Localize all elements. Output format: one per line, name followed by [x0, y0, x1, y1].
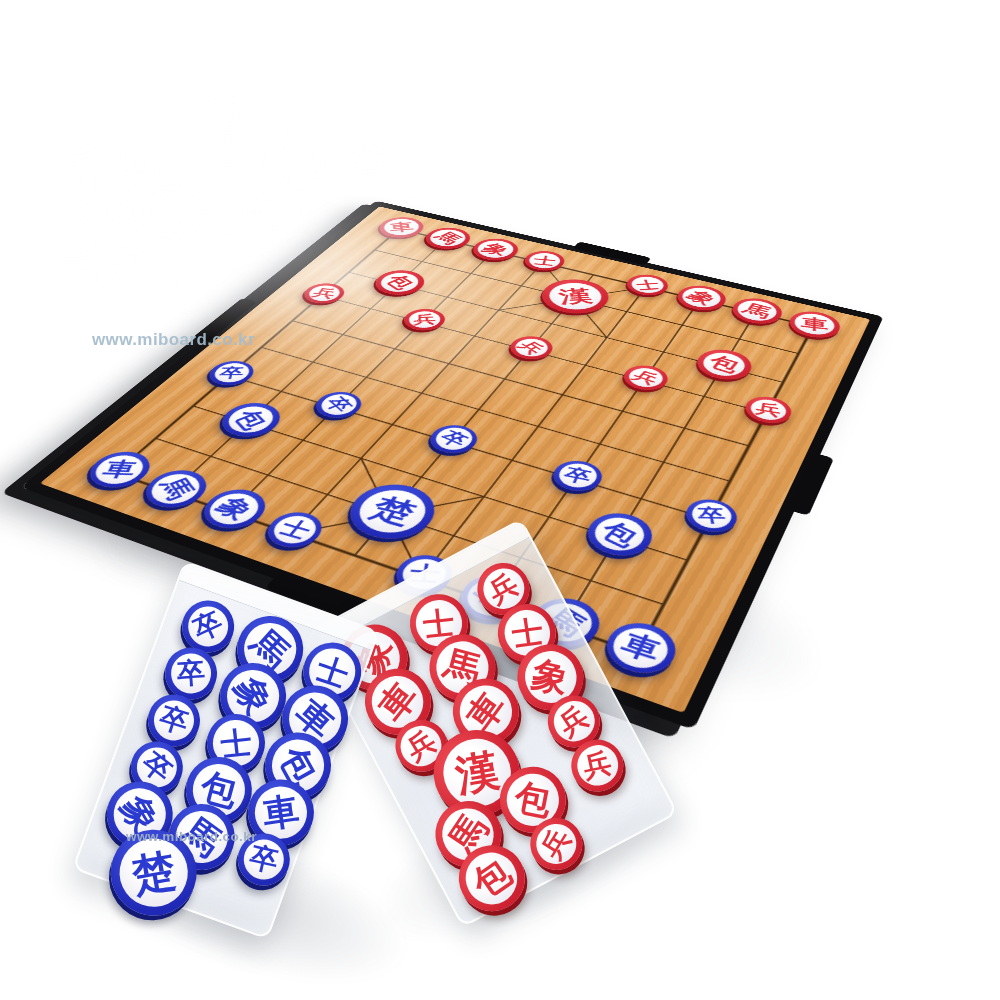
piece-glyph: 士	[219, 726, 253, 760]
piece-glyph: 兵	[515, 339, 547, 356]
piece-red-elephant-c1[interactable]: 象	[466, 235, 526, 264]
piece-face: 包	[457, 844, 527, 914]
piece-face: 楚	[111, 830, 197, 916]
piece-face: 象	[472, 238, 518, 260]
piece-glyph: 卒	[190, 608, 227, 645]
piece-face: 士	[524, 251, 565, 271]
piece-glyph: 車	[99, 459, 139, 479]
piece-face: 象	[678, 285, 725, 310]
piece-glyph: 兵	[413, 314, 435, 326]
piece-blue-general-e9[interactable]: 楚	[335, 476, 449, 548]
piece-face: 車	[606, 622, 674, 674]
piece-face: 包	[587, 513, 651, 557]
piece-face: 馬	[733, 298, 780, 324]
piece-red-cannon-b3[interactable]: 包	[367, 266, 433, 298]
piece-face: 包	[698, 349, 751, 380]
piece-blue-cannon-h8[interactable]: 包	[578, 507, 661, 563]
piece-glyph: 象	[479, 241, 512, 257]
piece-red-soldier-e4[interactable]: 兵	[504, 333, 559, 363]
piece-face: 卒	[687, 499, 737, 533]
piece-blue-soldier-a7[interactable]: 卒	[201, 357, 262, 389]
piece-face: 馬	[425, 227, 471, 249]
piece-face: 漢	[541, 279, 609, 314]
piece-face: 楚	[348, 483, 437, 539]
piece-face: 車	[791, 311, 838, 338]
piece-glyph: 兵	[630, 369, 662, 387]
piece-face: 卒	[208, 360, 255, 385]
piece-glyph: 車	[801, 316, 829, 333]
piece-face: 兵	[403, 309, 446, 331]
piece-face: 兵	[570, 738, 625, 793]
piece-glyph: 楚	[129, 848, 179, 898]
piece-glyph: 卒	[247, 843, 281, 877]
piece-glyph: 卒	[562, 465, 594, 486]
piece-glyph: 漢	[557, 287, 594, 305]
piece-red-elephant-g1[interactable]: 象	[671, 282, 731, 314]
piece-face: 車	[378, 217, 424, 238]
piece-glyph: 卒	[436, 428, 471, 449]
piece-face: 士	[266, 512, 324, 548]
blue-pieces-bag: 卒馬士卒象車卒士包卒包車象馬卒楚	[72, 560, 380, 939]
blue-bag-pieces: 卒馬士卒象車卒士包卒包車象馬卒楚	[74, 581, 371, 940]
piece-glyph: 卒	[697, 506, 728, 524]
piece-glyph: 包	[595, 518, 643, 550]
piece-face: 兵	[624, 365, 668, 390]
piece-glyph: 兵	[755, 401, 782, 419]
piece-red-cannon-h3[interactable]: 包	[690, 345, 758, 384]
piece-face: 卒	[315, 391, 363, 418]
piece-blue-guard-d10[interactable]: 士	[258, 507, 332, 554]
piece-glyph: 楚	[365, 494, 420, 529]
piece-glyph: 卒	[156, 703, 191, 738]
piece-glyph: 車	[617, 630, 664, 666]
piece-glyph: 兵	[537, 825, 576, 864]
piece-red-soldier-a4[interactable]: 兵	[297, 280, 351, 307]
piece-face: 卒	[553, 460, 602, 491]
piece-face: 車	[87, 451, 152, 488]
piece-red-soldier-i4[interactable]: 兵	[740, 393, 796, 428]
piece-red-general-e2[interactable]: 漢	[532, 274, 619, 319]
piece-glyph: 士	[275, 517, 314, 542]
piece-face: 馬	[143, 470, 208, 509]
piece-face: 卒	[238, 834, 290, 886]
piece-glyph: 包	[381, 273, 418, 292]
piece-face: 兵	[510, 336, 553, 360]
piece-glyph: 馬	[154, 475, 197, 503]
piece-red-soldier-g4[interactable]: 兵	[618, 362, 674, 395]
piece-blue-soldier-g7[interactable]: 卒	[546, 456, 609, 496]
piece-face: 包	[220, 402, 282, 437]
piece-red-soldier-c4[interactable]: 兵	[397, 306, 452, 334]
piece-blue-soldier-e7[interactable]: 卒	[423, 420, 485, 457]
piece-face: 卒	[430, 424, 479, 453]
piece-face: 兵	[529, 817, 584, 872]
piece-face: 士	[627, 274, 668, 295]
piece-glyph: 車	[261, 792, 302, 833]
piece-red-guard-d1[interactable]: 士	[519, 248, 571, 274]
piece-red-horse-h1[interactable]: 馬	[726, 294, 787, 328]
piece-blue-chariot-i10[interactable]: 車	[596, 615, 684, 682]
piece-glyph: 兵	[485, 570, 523, 608]
piece-face: 兵	[746, 396, 790, 423]
piece-glyph: 士	[634, 279, 660, 291]
piece-red-horse-b1[interactable]: 馬	[418, 224, 477, 252]
piece-glyph: 兵	[310, 287, 338, 300]
piece-red-chariot-a1[interactable]: 車	[372, 214, 431, 241]
piece-face: 包	[374, 270, 425, 295]
piece-red-chariot-i1[interactable]: 車	[784, 307, 845, 342]
piece-glyph: 卒	[176, 658, 206, 688]
piece-glyph: 包	[230, 407, 272, 432]
piece-glyph: 兵	[555, 702, 594, 741]
piece-glyph: 象	[683, 288, 720, 307]
piece-glyph: 卒	[218, 366, 245, 379]
piece-blue-soldier-i7[interactable]: 卒	[680, 494, 743, 537]
piece-glyph: 士	[533, 255, 557, 267]
piece-glyph: 車	[389, 221, 415, 234]
piece-glyph: 包	[705, 353, 743, 375]
scene: 車馬象士士象馬車漢包包兵兵兵兵兵卒卒卒卒卒包包楚車馬象士士象馬車 www.mib…	[0, 0, 1000, 1000]
piece-red-guard-f1[interactable]: 士	[621, 271, 673, 298]
piece-glyph: 包	[466, 853, 516, 903]
piece-glyph: 包	[512, 779, 554, 821]
piece-glyph: 兵	[581, 749, 614, 782]
piece-glyph: 象	[529, 656, 572, 699]
piece-blue-soldier-c7[interactable]: 卒	[308, 388, 369, 423]
piece-blue-cannon-b8[interactable]: 包	[211, 398, 291, 443]
piece-glyph: 卒	[322, 395, 356, 415]
piece-glyph: 馬	[740, 301, 774, 320]
piece-glyph: 馬	[431, 230, 465, 246]
piece-face: 兵	[303, 283, 345, 304]
piece-glyph: 象	[211, 494, 258, 524]
piece-face: 象	[201, 489, 267, 529]
